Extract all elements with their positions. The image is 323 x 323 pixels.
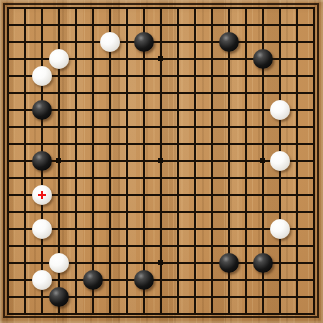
grid-line bbox=[7, 211, 315, 213]
grid-line bbox=[7, 245, 315, 247]
grid-line bbox=[177, 7, 179, 315]
black-stone bbox=[134, 270, 154, 290]
grid-line bbox=[7, 194, 315, 196]
grid-line bbox=[194, 7, 196, 315]
white-stone bbox=[270, 151, 290, 171]
star-point bbox=[158, 260, 163, 265]
white-stone bbox=[270, 219, 290, 239]
grid-line bbox=[7, 279, 315, 281]
white-stone bbox=[32, 219, 52, 239]
grid-line bbox=[7, 228, 315, 230]
white-stone bbox=[49, 49, 69, 69]
black-stone bbox=[134, 32, 154, 52]
white-stone bbox=[49, 253, 69, 273]
black-stone bbox=[253, 49, 273, 69]
star-point bbox=[158, 56, 163, 61]
white-stone bbox=[32, 66, 52, 86]
white-stone bbox=[270, 100, 290, 120]
go-board[interactable] bbox=[0, 0, 323, 323]
white-stone bbox=[100, 32, 120, 52]
black-stone bbox=[253, 253, 273, 273]
black-stone bbox=[83, 270, 103, 290]
grid-line bbox=[313, 7, 315, 315]
star-point bbox=[56, 158, 61, 163]
black-stone bbox=[32, 151, 52, 171]
grid-line bbox=[245, 7, 247, 315]
black-stone bbox=[32, 100, 52, 120]
black-stone bbox=[49, 287, 69, 307]
black-stone bbox=[219, 253, 239, 273]
grid-line bbox=[211, 7, 213, 315]
white-stone bbox=[32, 270, 52, 290]
star-point bbox=[158, 158, 163, 163]
star-point bbox=[260, 158, 265, 163]
last-move-marker bbox=[41, 191, 43, 199]
grid-line bbox=[296, 7, 298, 315]
black-stone bbox=[219, 32, 239, 52]
grid-line bbox=[7, 313, 315, 315]
grid-line bbox=[7, 177, 315, 179]
